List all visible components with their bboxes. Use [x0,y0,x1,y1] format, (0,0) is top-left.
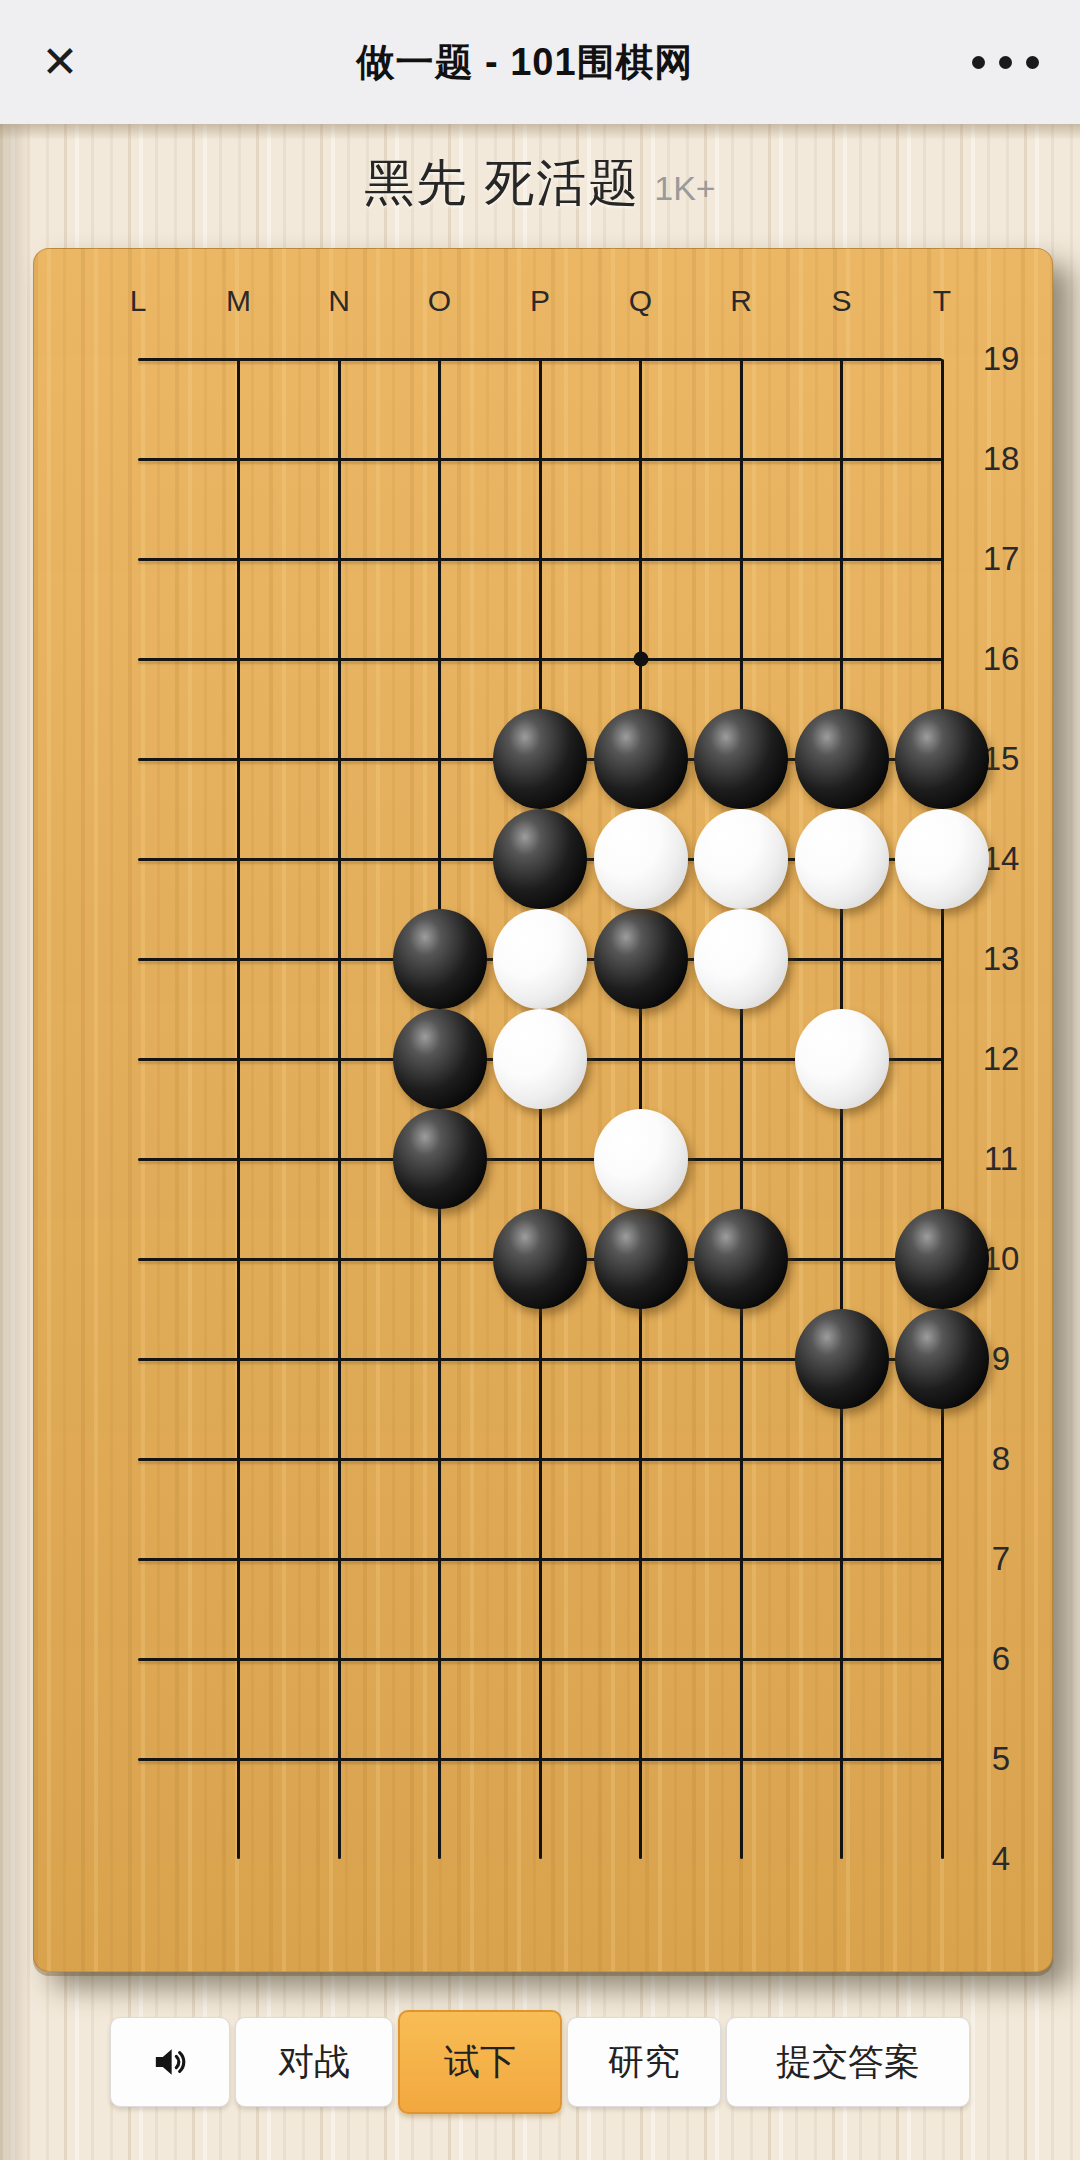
wood-seam [0,124,1080,140]
black-stone [694,1209,788,1309]
row-label: 13 [983,940,1020,978]
row-label: 9 [992,1340,1010,1378]
battle-button[interactable]: 对战 [235,2017,393,2107]
black-stone [694,709,788,809]
row-label: 8 [992,1440,1010,1478]
research-button[interactable]: 研究 [567,2017,721,2107]
page-title: 做一题 - 101围棋网 [120,37,930,88]
close-icon[interactable]: ✕ [0,40,120,84]
white-stone [795,809,889,909]
black-stone [895,1209,989,1309]
column-label: M [226,284,251,318]
row-label: 4 [992,1840,1010,1878]
column-label: P [530,284,550,318]
column-label: T [933,284,951,318]
app-screen: ✕ 做一题 - 101围棋网 黑先 死活题1K+ LMNOPQRST191817… [0,0,1080,2160]
black-stone [795,709,889,809]
row-label: 5 [992,1740,1010,1778]
column-label: O [428,284,451,318]
sound-button[interactable] [110,2017,230,2107]
black-stone [594,709,688,809]
black-stone [493,1209,587,1309]
try-move-button-active[interactable]: 试下 [398,2010,562,2114]
black-stone [393,1109,487,1209]
top-bar: ✕ 做一题 - 101围棋网 [0,0,1080,124]
black-stone [594,1209,688,1309]
black-stone [795,1309,889,1409]
white-stone [594,809,688,909]
column-label: S [831,284,851,318]
ellipsis-dot-icon [1026,56,1039,69]
row-label: 16 [983,640,1020,678]
speaker-icon [150,2042,190,2082]
grid-line-v [539,359,542,1859]
black-stone [493,709,587,809]
grid-line-v [338,359,341,1859]
white-stone [594,1109,688,1209]
popularity-badge: 1K+ [654,169,715,207]
row-label: 18 [983,440,1020,478]
column-label: Q [629,284,652,318]
row-label: 7 [992,1540,1010,1578]
grid-line-v [840,359,843,1859]
column-label: L [130,284,147,318]
black-stone [895,709,989,809]
white-stone [493,909,587,1009]
bottom-toolbar: 对战 试下 研究 提交答案 [0,2010,1080,2114]
ellipsis-dot-icon [999,56,1012,69]
column-label: N [328,284,350,318]
more-menu-button[interactable] [930,56,1080,69]
black-stone [895,1309,989,1409]
white-stone [493,1009,587,1109]
row-label: 19 [983,340,1020,378]
black-stone [493,809,587,909]
grid-line-v [941,359,944,1859]
white-stone [694,909,788,1009]
black-stone [393,909,487,1009]
black-stone [594,909,688,1009]
row-label: 6 [992,1640,1010,1678]
problem-heading: 黑先 死活题1K+ [0,150,1080,217]
grid-line-v [237,359,240,1859]
go-board[interactable]: LMNOPQRST19181716151413121110987654 [33,248,1053,1972]
ellipsis-dot-icon [972,56,985,69]
white-stone [694,809,788,909]
white-stone [895,809,989,909]
grid-line-v [740,359,743,1859]
white-stone [795,1009,889,1109]
black-stone [393,1009,487,1109]
row-label: 11 [984,1140,1018,1178]
problem-title: 黑先 死活题 [364,155,640,211]
submit-answer-button[interactable]: 提交答案 [726,2017,970,2107]
row-label: 12 [983,1040,1020,1078]
star-point [633,652,648,667]
row-label: 17 [983,540,1020,578]
column-label: R [730,284,752,318]
